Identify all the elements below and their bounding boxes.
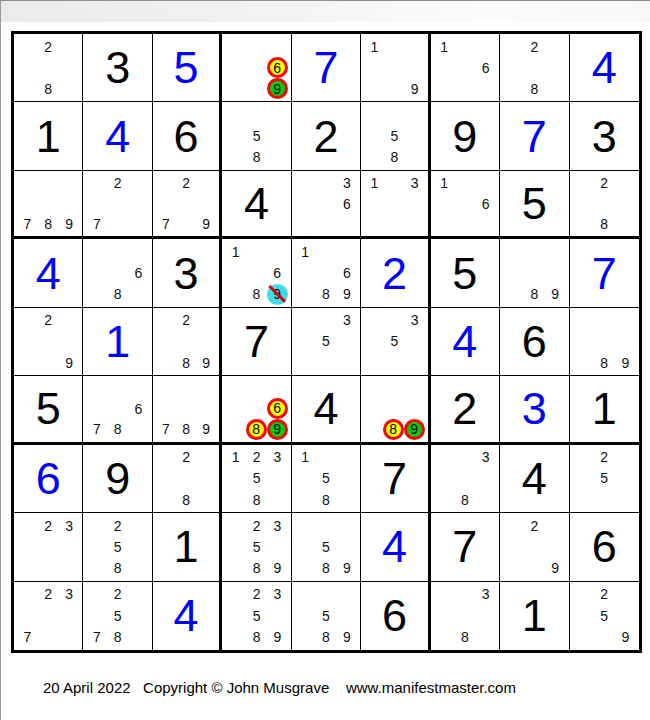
candidate-digit[interactable]: 9	[615, 627, 636, 648]
cell-r6c5[interactable]: 4	[292, 376, 361, 444]
solved-digit: 4	[83, 102, 151, 169]
candidate-empty	[405, 36, 425, 57]
candidate-digit[interactable]: 3	[405, 310, 425, 331]
given-digit: 5	[431, 239, 499, 306]
cell-r6c7[interactable]: 2	[431, 376, 500, 444]
candidate-digit[interactable]: 5	[107, 536, 128, 557]
cell-r5c4[interactable]: 7	[222, 308, 291, 376]
candidate-grid: 28	[573, 173, 636, 234]
candidate-digit[interactable]: 6	[336, 193, 357, 213]
candidate-digit[interactable]: 9	[545, 557, 566, 578]
candidate-empty	[364, 352, 384, 373]
candidate-digit[interactable]: 9	[267, 557, 288, 578]
candidate-digit[interactable]: 2	[524, 36, 545, 57]
cell-r8c9[interactable]: 6	[570, 513, 639, 581]
cell-r7c6[interactable]: 7	[361, 445, 430, 513]
cell-r3c4[interactable]: 4	[222, 171, 291, 239]
candidate-digit[interactable]: 8	[107, 284, 128, 305]
candidate-grid: 789	[156, 378, 216, 439]
cell-r5c8[interactable]: 6	[500, 308, 569, 376]
cell-r7c5[interactable]: 158	[292, 445, 361, 513]
candidate-empty	[225, 398, 245, 419]
cell-r8c6[interactable]: 4	[361, 513, 430, 581]
candidate-digit[interactable]: 3	[405, 173, 425, 193]
candidate-empty	[225, 147, 246, 168]
candidate-digit[interactable]: 3	[267, 515, 288, 536]
candidate-digit[interactable]: 3	[336, 310, 357, 331]
candidate-digit[interactable]: 3	[336, 173, 357, 193]
candidate-empty	[128, 173, 149, 193]
candidate-digit[interactable]: 3	[267, 447, 288, 468]
candidate-digit[interactable]: 2	[176, 173, 196, 193]
candidate-digit[interactable]: 8	[246, 147, 267, 168]
candidate-digit[interactable]: 5	[384, 126, 404, 147]
cell-r7c8[interactable]: 4	[500, 445, 569, 513]
candidate-empty	[128, 627, 149, 648]
candidate-grid: 589	[295, 584, 357, 648]
candidate-digit[interactable]: 2	[38, 36, 59, 57]
candidate-digit[interactable]: 8	[316, 557, 337, 578]
candidate-cell: 9	[267, 78, 288, 99]
candidate-empty	[246, 78, 267, 99]
candidate-digit[interactable]: 8	[316, 284, 337, 305]
candidate-digit[interactable]: 2	[38, 584, 59, 605]
candidate-digit[interactable]: 6	[267, 262, 288, 283]
cell-r6c6[interactable]: 89	[361, 376, 430, 444]
cell-r6c1[interactable]: 5	[14, 376, 83, 444]
candidate-cell: 6	[267, 398, 288, 419]
candidate-empty	[545, 241, 566, 262]
candidate-empty	[503, 57, 524, 78]
given-digit: 1	[570, 376, 639, 441]
candidate-empty	[176, 378, 196, 398]
cell-r2c6[interactable]: 58	[361, 102, 430, 170]
candidate-grid: 689	[225, 378, 287, 439]
candidate-digit[interactable]: 9	[336, 627, 357, 648]
cell-r1c7[interactable]: 16	[431, 34, 500, 102]
candidate-digit[interactable]: 8	[594, 214, 615, 234]
candidate-highlight-cyan-slash[interactable]: 9	[267, 284, 288, 305]
candidate-digit[interactable]: 3	[59, 584, 80, 605]
candidate-digit[interactable]: 1	[434, 36, 455, 57]
given-digit: 9	[83, 445, 151, 512]
candidate-digit[interactable]: 5	[246, 468, 267, 489]
cell-r4c3[interactable]: 3	[153, 239, 222, 307]
candidate-empty	[176, 468, 196, 489]
candidate-digit[interactable]: 8	[107, 419, 128, 439]
candidate-empty	[86, 515, 107, 536]
cell-r6c9[interactable]: 1	[570, 376, 639, 444]
candidate-digit[interactable]: 2	[594, 447, 615, 468]
candidate-digit[interactable]: 9	[336, 284, 357, 305]
candidate-empty	[384, 78, 404, 99]
candidate-digit[interactable]: 7	[17, 214, 38, 234]
candidate-digit[interactable]: 8	[524, 78, 545, 99]
candidate-grid: 28	[156, 447, 216, 510]
candidate-digit[interactable]: 7	[86, 419, 107, 439]
candidate-empty	[17, 36, 38, 57]
elimination-slash	[269, 286, 286, 303]
candidate-digit[interactable]: 6	[128, 262, 149, 283]
cell-r9c4[interactable]: 23589	[222, 582, 291, 650]
cell-r9c3[interactable]: 4	[153, 582, 222, 650]
candidate-digit[interactable]: 7	[156, 214, 176, 234]
candidate-empty	[59, 78, 80, 99]
cell-r1c4[interactable]: 69	[222, 34, 291, 102]
candidate-empty	[128, 419, 149, 439]
cell-r3c3[interactable]: 279	[153, 171, 222, 239]
candidate-digit[interactable]: 9	[196, 419, 216, 439]
candidate-digit[interactable]: 8	[38, 78, 59, 99]
cell-r8c1[interactable]: 23	[14, 513, 83, 581]
solved-digit: 4	[361, 513, 427, 580]
cell-r2c2[interactable]: 4	[83, 102, 152, 170]
candidate-digit[interactable]: 1	[225, 241, 246, 262]
cell-r5c2[interactable]: 1	[83, 308, 152, 376]
candidate-digit[interactable]: 2	[107, 173, 128, 193]
candidate-empty	[17, 536, 38, 557]
candidate-grid: 279	[156, 173, 216, 234]
cell-r7c4[interactable]: 12358	[222, 445, 291, 513]
candidate-digit[interactable]: 9	[267, 627, 288, 648]
candidate-digit[interactable]: 3	[475, 447, 496, 468]
candidate-digit[interactable]: 1	[364, 173, 384, 193]
candidate-empty	[503, 241, 524, 262]
candidate-digit[interactable]: 3	[267, 584, 288, 605]
candidate-empty	[404, 398, 425, 418]
candidate-digit[interactable]: 7	[86, 627, 107, 648]
cell-r1c2[interactable]: 3	[83, 34, 152, 102]
candidate-digit[interactable]: 1	[295, 447, 316, 468]
candidate-empty	[128, 378, 149, 398]
footer-date: 20 April 2022	[43, 679, 131, 696]
candidate-digit[interactable]: 9	[196, 214, 216, 234]
candidate-digit[interactable]: 2	[107, 584, 128, 605]
candidate-digit[interactable]: 2	[176, 447, 196, 468]
candidate-digit[interactable]: 2	[176, 310, 196, 331]
candidate-digit[interactable]: 8	[524, 284, 545, 305]
cell-r2c9[interactable]: 3	[570, 102, 639, 170]
cell-r7c1[interactable]: 6	[14, 445, 83, 513]
cell-r1c1[interactable]: 28	[14, 34, 83, 102]
candidate-digit[interactable]: 2	[38, 515, 59, 536]
candidate-digit[interactable]: 8	[107, 627, 128, 648]
candidate-highlight-yellow-ring[interactable]: 6	[267, 57, 288, 78]
cell-r9c2[interactable]: 2578	[83, 582, 152, 650]
candidate-highlight-green-ring[interactable]: 9	[404, 419, 425, 440]
candidate-digit[interactable]: 8	[246, 627, 267, 648]
candidate-empty	[405, 104, 425, 125]
candidate-empty	[225, 262, 246, 283]
candidate-digit[interactable]: 2	[107, 515, 128, 536]
cell-r5c5[interactable]: 35	[292, 308, 361, 376]
cell-r2c7[interactable]: 9	[431, 102, 500, 170]
cell-r8c5[interactable]: 589	[292, 513, 361, 581]
candidate-digit[interactable]: 8	[316, 489, 337, 510]
candidate-digit[interactable]: 7	[86, 214, 107, 234]
candidate-digit[interactable]: 9	[336, 557, 357, 578]
candidate-digit[interactable]: 5	[107, 605, 128, 626]
candidate-digit[interactable]: 2	[246, 447, 267, 468]
solved-digit: 4	[153, 582, 219, 650]
cell-r9c7[interactable]: 38	[431, 582, 500, 650]
candidate-digit[interactable]: 2	[38, 310, 59, 331]
candidate-empty	[594, 627, 615, 648]
given-digit: 6	[500, 308, 568, 375]
candidate-empty	[86, 399, 107, 419]
candidate-digit[interactable]: 2	[594, 173, 615, 193]
candidate-empty	[434, 627, 455, 648]
cell-r6c2[interactable]: 678	[83, 376, 152, 444]
cell-r1c8[interactable]: 28	[500, 34, 569, 102]
candidate-empty	[364, 378, 382, 398]
candidate-digit[interactable]: 8	[107, 557, 128, 578]
cell-r3c1[interactable]: 789	[14, 171, 83, 239]
candidate-empty	[573, 173, 594, 193]
cell-r3c7[interactable]: 16	[431, 171, 500, 239]
cell-r1c6[interactable]: 19	[361, 34, 430, 102]
candidate-digit[interactable]: 5	[316, 331, 337, 352]
candidate-digit[interactable]: 5	[246, 536, 267, 557]
candidate-digit[interactable]: 9	[615, 352, 636, 373]
cell-r5c3[interactable]: 289	[153, 308, 222, 376]
candidate-empty	[316, 262, 337, 283]
cell-r9c5[interactable]: 589	[292, 582, 361, 650]
candidate-digit[interactable]: 9	[59, 214, 80, 234]
candidate-grid: 27	[86, 173, 148, 234]
candidate-empty	[38, 173, 59, 193]
candidate-digit[interactable]: 6	[475, 193, 496, 213]
candidate-digit[interactable]: 7	[156, 419, 176, 439]
candidate-digit[interactable]: 8	[316, 627, 337, 648]
candidate-empty	[225, 36, 246, 57]
cell-r6c3[interactable]: 789	[153, 376, 222, 444]
candidate-digit[interactable]: 5	[246, 126, 267, 147]
cell-r4c1[interactable]: 4	[14, 239, 83, 307]
cell-r7c9[interactable]: 25	[570, 445, 639, 513]
cell-r4c5[interactable]: 1689	[292, 239, 361, 307]
cell-r4c6[interactable]: 2	[361, 239, 430, 307]
candidate-digit[interactable]: 2	[594, 584, 615, 605]
candidate-empty	[86, 536, 107, 557]
solved-digit: 7	[570, 239, 639, 306]
cell-r8c8[interactable]: 29	[500, 513, 569, 581]
candidate-digit[interactable]: 8	[454, 627, 475, 648]
cell-r4c4[interactable]: 1689	[222, 239, 291, 307]
cell-r8c4[interactable]: 23589	[222, 513, 291, 581]
candidate-digit[interactable]: 2	[246, 584, 267, 605]
cell-r7c7[interactable]: 38	[431, 445, 500, 513]
cell-r2c4[interactable]: 58	[222, 102, 291, 170]
candidate-digit[interactable]: 8	[246, 284, 267, 305]
cell-r2c1[interactable]: 1	[14, 102, 83, 170]
candidate-digit[interactable]: 5	[316, 536, 337, 557]
cell-r4c2[interactable]: 68	[83, 239, 152, 307]
candidate-empty	[267, 489, 288, 510]
candidate-digit[interactable]: 3	[475, 584, 496, 605]
candidate-empty	[295, 310, 316, 331]
solved-digit: 1	[83, 308, 151, 375]
candidate-digit[interactable]: 8	[594, 352, 615, 373]
candidate-digit[interactable]: 1	[295, 241, 316, 262]
cell-r8c2[interactable]: 258	[83, 513, 152, 581]
cell-r5c1[interactable]: 29	[14, 308, 83, 376]
candidate-empty	[573, 193, 594, 213]
candidate-empty	[364, 331, 384, 352]
cell-r5c6[interactable]: 35	[361, 308, 430, 376]
cell-r7c2[interactable]: 9	[83, 445, 152, 513]
candidate-empty	[503, 36, 524, 57]
candidate-digit[interactable]: 8	[176, 489, 196, 510]
candidate-digit[interactable]: 7	[17, 627, 38, 648]
candidate-empty	[128, 193, 149, 213]
candidate-empty	[225, 378, 245, 397]
candidate-empty	[267, 147, 288, 168]
candidate-empty	[316, 352, 337, 373]
cell-r5c9[interactable]: 89	[570, 308, 639, 376]
cell-r9c1[interactable]: 237	[14, 582, 83, 650]
candidate-digit[interactable]: 5	[594, 468, 615, 489]
candidate-grid: 23589	[225, 584, 287, 648]
cell-r3c6[interactable]: 13	[361, 171, 430, 239]
candidate-grid: 38	[434, 447, 496, 510]
candidate-empty	[594, 489, 615, 510]
candidate-empty	[454, 447, 475, 468]
candidate-digit[interactable]: 5	[594, 605, 615, 626]
cell-r2c5[interactable]: 2	[292, 102, 361, 170]
cell-r4c7[interactable]: 5	[431, 239, 500, 307]
candidate-digit[interactable]: 8	[38, 214, 59, 234]
candidate-empty	[434, 214, 455, 234]
candidate-empty	[17, 173, 38, 193]
given-digit: 3	[570, 102, 639, 169]
candidate-empty	[364, 193, 384, 213]
candidate-digit[interactable]: 8	[384, 147, 404, 168]
solved-digit: 2	[361, 239, 427, 306]
candidate-empty	[405, 193, 425, 213]
candidate-empty	[475, 468, 496, 489]
candidate-digit[interactable]: 8	[454, 489, 475, 510]
candidate-digit[interactable]: 8	[246, 489, 267, 510]
candidate-digit[interactable]: 9	[405, 78, 425, 99]
candidate-digit[interactable]: 6	[128, 399, 149, 419]
candidate-empty	[295, 584, 316, 605]
candidate-empty	[454, 57, 475, 78]
candidate-digit[interactable]: 6	[475, 57, 496, 78]
cell-r3c2[interactable]: 27	[83, 171, 152, 239]
candidate-empty	[573, 447, 594, 468]
candidate-empty	[156, 399, 176, 419]
solved-digit: 3	[500, 376, 568, 441]
candidate-digit[interactable]: 8	[176, 352, 196, 373]
candidate-empty	[295, 627, 316, 648]
candidate-highlight-yellow-ring[interactable]: 8	[383, 419, 404, 440]
candidate-digit[interactable]: 5	[316, 468, 337, 489]
given-digit: 5	[14, 376, 82, 441]
candidate-digit[interactable]: 5	[384, 331, 404, 352]
cell-r7c3[interactable]: 28	[153, 445, 222, 513]
candidate-empty	[524, 241, 545, 262]
footer-copyright: Copyright © John Musgrave	[143, 679, 329, 696]
cell-r6c8[interactable]: 3	[500, 376, 569, 444]
cell-r4c8[interactable]: 89	[500, 239, 569, 307]
candidate-highlight-yellow-ring[interactable]: 6	[267, 398, 288, 419]
cell-r3c8[interactable]: 5	[500, 171, 569, 239]
footer-website[interactable]: www.manifestmaster.com	[346, 679, 516, 696]
cell-r6c4[interactable]: 689	[222, 376, 291, 444]
cell-r9c6[interactable]: 6	[361, 582, 430, 650]
candidate-empty	[128, 515, 149, 536]
candidate-digit[interactable]: 9	[545, 284, 566, 305]
cell-r4c9[interactable]: 7	[570, 239, 639, 307]
candidate-empty	[545, 262, 566, 283]
candidate-empty	[615, 605, 636, 626]
cell-r2c3[interactable]: 6	[153, 102, 222, 170]
candidate-empty	[454, 173, 475, 193]
candidate-empty	[86, 241, 107, 262]
candidate-highlight-green-ring[interactable]: 9	[267, 419, 288, 440]
cell-r1c3[interactable]: 5	[153, 34, 222, 102]
cell-r1c9[interactable]: 4	[570, 34, 639, 102]
candidate-grid: 29	[503, 515, 565, 578]
candidate-digit[interactable]: 5	[316, 605, 337, 626]
candidate-digit[interactable]: 8	[246, 557, 267, 578]
candidate-empty	[545, 36, 566, 57]
candidate-digit[interactable]: 9	[196, 352, 216, 373]
candidate-grid: 1689	[295, 241, 357, 304]
candidate-empty	[503, 557, 524, 578]
candidate-digit[interactable]: 2	[524, 515, 545, 536]
candidate-digit[interactable]: 1	[434, 173, 455, 193]
candidate-empty	[573, 310, 594, 331]
candidate-digit[interactable]: 9	[59, 352, 80, 373]
candidate-empty	[364, 419, 382, 440]
given-digit: 2	[431, 376, 499, 441]
candidate-empty	[59, 310, 80, 331]
cell-r9c8[interactable]: 1	[500, 582, 569, 650]
candidate-digit[interactable]: 1	[225, 447, 246, 468]
candidate-empty	[38, 605, 59, 626]
candidate-empty	[156, 173, 176, 193]
candidate-highlight-yellow-ring[interactable]: 8	[246, 419, 267, 440]
cell-r8c7[interactable]: 7	[431, 513, 500, 581]
cell-r3c5[interactable]: 36	[292, 171, 361, 239]
candidate-digit[interactable]: 5	[246, 605, 267, 626]
given-digit: 3	[83, 34, 151, 101]
candidate-cell: 9	[267, 284, 288, 305]
cell-r5c7[interactable]: 4	[431, 308, 500, 376]
candidate-digit[interactable]: 3	[59, 515, 80, 536]
cell-r9c9[interactable]: 259	[570, 582, 639, 650]
candidate-empty	[364, 398, 382, 418]
cell-r3c9[interactable]: 28	[570, 171, 639, 239]
candidate-digit[interactable]: 2	[246, 515, 267, 536]
cell-r2c8[interactable]: 7	[500, 102, 569, 170]
candidate-digit[interactable]: 6	[336, 262, 357, 283]
candidate-empty	[316, 310, 337, 331]
candidate-grid: 237	[17, 584, 79, 648]
candidate-highlight-green-ring[interactable]: 9	[267, 78, 288, 99]
candidate-empty	[503, 262, 524, 283]
cell-r8c3[interactable]: 1	[153, 513, 222, 581]
cell-r1c5[interactable]: 7	[292, 34, 361, 102]
candidate-empty	[336, 331, 357, 352]
candidate-empty	[295, 489, 316, 510]
candidate-digit[interactable]: 8	[176, 419, 196, 439]
candidate-digit[interactable]: 1	[364, 36, 384, 57]
candidate-empty	[336, 536, 357, 557]
candidate-empty	[316, 515, 337, 536]
